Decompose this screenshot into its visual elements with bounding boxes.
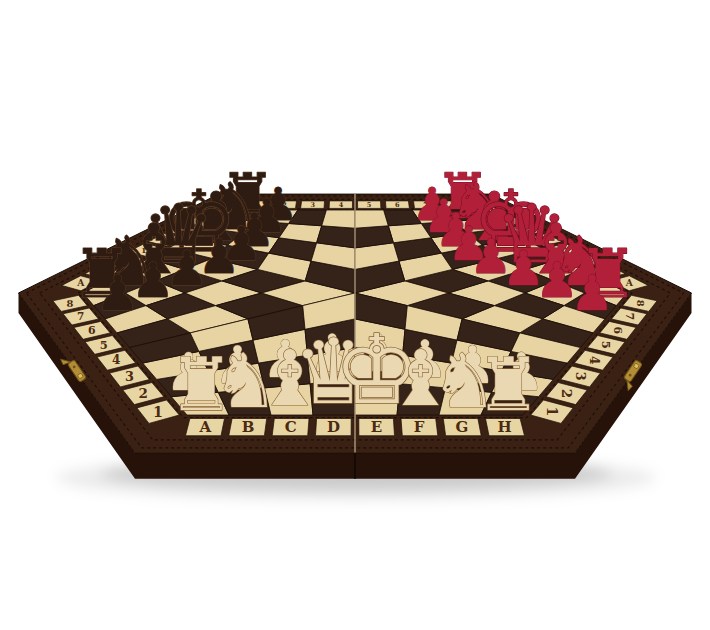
rank-label: 6 bbox=[395, 201, 400, 209]
rank-label: 5 bbox=[367, 201, 372, 209]
white-rook: ♜ bbox=[169, 342, 235, 427]
board-cell bbox=[355, 210, 388, 228]
rank-label: 1 bbox=[153, 404, 163, 420]
product-photo-scene: ABCDEFGH1234567812345678ABCDEFGHABCDEFGH… bbox=[0, 0, 710, 630]
red-pawn: ♟ bbox=[570, 265, 614, 322]
board-cell bbox=[322, 210, 355, 228]
white-rook: ♜ bbox=[476, 342, 542, 427]
black-pawn: ♟ bbox=[96, 265, 140, 322]
rank-label: 4 bbox=[112, 353, 120, 367]
rank-label: 2 bbox=[139, 385, 148, 401]
rank-label: 3 bbox=[125, 369, 134, 384]
rank-label: 1 bbox=[544, 407, 560, 417]
rank-label: 2 bbox=[559, 389, 575, 398]
rank-label: 6 bbox=[611, 326, 624, 334]
rank-label: 5 bbox=[599, 341, 613, 349]
rank-label: 5 bbox=[100, 338, 108, 352]
rank-label: 7 bbox=[624, 313, 636, 320]
three-player-chess-board: ABCDEFGH1234567812345678ABCDEFGHABCDEFGH… bbox=[0, 0, 710, 630]
rank-label: 6 bbox=[88, 324, 96, 337]
rank-label: 4 bbox=[587, 356, 601, 364]
rank-label: 4 bbox=[339, 201, 344, 209]
rank-label: 3 bbox=[573, 372, 588, 381]
rank-label: 3 bbox=[310, 201, 315, 209]
